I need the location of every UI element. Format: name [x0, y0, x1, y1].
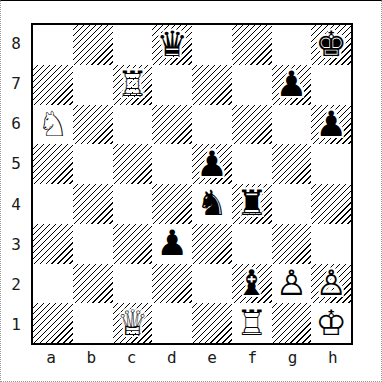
- square-b6[interactable]: [73, 105, 113, 145]
- piece-white-knight: ♘: [37, 107, 68, 142]
- square-g7[interactable]: ♟: [272, 65, 312, 105]
- piece-white-king: ♔: [315, 306, 346, 341]
- piece-white-rook: ♖: [236, 306, 267, 341]
- file-label-b: b: [71, 347, 111, 369]
- piece-black-rook: ♜: [236, 186, 267, 221]
- piece-black-queen: ♛: [156, 27, 187, 62]
- square-a3[interactable]: [33, 224, 73, 264]
- square-f3[interactable]: [232, 224, 272, 264]
- square-g3[interactable]: [272, 224, 312, 264]
- file-label-h: h: [313, 347, 353, 369]
- file-label-d: d: [152, 347, 192, 369]
- piece-black-king: ♚: [315, 27, 346, 62]
- piece-black-pawn: ♟: [315, 107, 346, 142]
- square-b3[interactable]: [73, 224, 113, 264]
- piece-white-queen: ♕: [117, 306, 148, 341]
- square-a1[interactable]: [33, 303, 73, 343]
- rank-label-4: 4: [3, 184, 29, 224]
- file-label-a: a: [31, 347, 71, 369]
- square-c2[interactable]: [113, 264, 153, 304]
- square-d1[interactable]: [152, 303, 192, 343]
- square-h3[interactable]: [311, 224, 351, 264]
- square-c3[interactable]: [113, 224, 153, 264]
- square-a2[interactable]: [33, 264, 73, 304]
- square-b8[interactable]: [73, 25, 113, 65]
- square-c8[interactable]: [113, 25, 153, 65]
- square-a7[interactable]: [33, 65, 73, 105]
- file-label-f: f: [232, 347, 272, 369]
- square-h5[interactable]: [311, 144, 351, 184]
- chess-diagram: ♛♚♖♟♘♟♟♞♜♟♝♙♙♕♖♔ abcdefgh 87654321: [0, 0, 382, 382]
- square-d6[interactable]: [152, 105, 192, 145]
- square-f2[interactable]: ♝: [232, 264, 272, 304]
- square-h7[interactable]: [311, 65, 351, 105]
- file-label-c: c: [112, 347, 152, 369]
- square-e7[interactable]: [192, 65, 232, 105]
- piece-black-knight: ♞: [196, 186, 227, 221]
- square-e4[interactable]: ♞: [192, 184, 232, 224]
- square-c1[interactable]: ♕: [113, 303, 153, 343]
- square-g8[interactable]: [272, 25, 312, 65]
- square-b4[interactable]: [73, 184, 113, 224]
- square-f6[interactable]: [232, 105, 272, 145]
- square-e3[interactable]: [192, 224, 232, 264]
- square-f8[interactable]: [232, 25, 272, 65]
- file-label-e: e: [192, 347, 232, 369]
- square-a4[interactable]: [33, 184, 73, 224]
- rank-label-6: 6: [3, 104, 29, 144]
- square-c4[interactable]: [113, 184, 153, 224]
- square-c5[interactable]: [113, 144, 153, 184]
- square-d7[interactable]: [152, 65, 192, 105]
- square-b5[interactable]: [73, 144, 113, 184]
- square-b7[interactable]: [73, 65, 113, 105]
- square-f4[interactable]: ♜: [232, 184, 272, 224]
- square-d5[interactable]: [152, 144, 192, 184]
- square-h8[interactable]: ♚: [311, 25, 351, 65]
- square-f7[interactable]: [232, 65, 272, 105]
- square-d4[interactable]: [152, 184, 192, 224]
- chess-board: ♛♚♖♟♘♟♟♞♜♟♝♙♙♕♖♔: [31, 23, 353, 345]
- square-d8[interactable]: ♛: [152, 25, 192, 65]
- rank-label-8: 8: [3, 23, 29, 63]
- square-g5[interactable]: [272, 144, 312, 184]
- file-label-g: g: [273, 347, 313, 369]
- square-d3[interactable]: ♟: [152, 224, 192, 264]
- rank-label-3: 3: [3, 224, 29, 264]
- square-c6[interactable]: [113, 105, 153, 145]
- square-e6[interactable]: [192, 105, 232, 145]
- square-g1[interactable]: [272, 303, 312, 343]
- square-b1[interactable]: [73, 303, 113, 343]
- piece-black-bishop: ♝: [236, 266, 267, 301]
- piece-black-pawn: ♟: [196, 147, 227, 182]
- file-labels: abcdefgh: [31, 347, 353, 369]
- rank-label-1: 1: [3, 305, 29, 345]
- square-d2[interactable]: [152, 264, 192, 304]
- square-c7[interactable]: ♖: [113, 65, 153, 105]
- rank-label-2: 2: [3, 265, 29, 305]
- square-h4[interactable]: [311, 184, 351, 224]
- square-e5[interactable]: ♟: [192, 144, 232, 184]
- square-b2[interactable]: [73, 264, 113, 304]
- square-e8[interactable]: [192, 25, 232, 65]
- rank-label-5: 5: [3, 144, 29, 184]
- square-h2[interactable]: ♙: [311, 264, 351, 304]
- square-f1[interactable]: ♖: [232, 303, 272, 343]
- square-a8[interactable]: [33, 25, 73, 65]
- square-g6[interactable]: [272, 105, 312, 145]
- square-e1[interactable]: [192, 303, 232, 343]
- rank-labels: 87654321: [3, 23, 29, 345]
- square-h6[interactable]: ♟: [311, 105, 351, 145]
- square-h1[interactable]: ♔: [311, 303, 351, 343]
- piece-white-pawn: ♙: [315, 266, 346, 301]
- square-e2[interactable]: [192, 264, 232, 304]
- square-a5[interactable]: [33, 144, 73, 184]
- piece-black-pawn: ♟: [156, 226, 187, 261]
- square-f5[interactable]: [232, 144, 272, 184]
- piece-white-rook: ♖: [117, 67, 148, 102]
- square-g4[interactable]: [272, 184, 312, 224]
- piece-white-pawn: ♙: [276, 266, 307, 301]
- square-a6[interactable]: ♘: [33, 105, 73, 145]
- piece-black-pawn: ♟: [276, 67, 307, 102]
- square-g2[interactable]: ♙: [272, 264, 312, 304]
- rank-label-7: 7: [3, 63, 29, 103]
